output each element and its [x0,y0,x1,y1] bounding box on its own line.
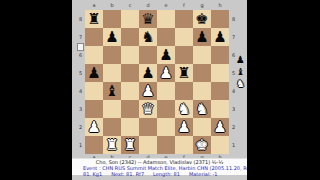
square-f6[interactable] [175,46,193,64]
square-f1[interactable] [175,136,193,154]
material-label: Material: -1 [189,172,218,177]
square-e2[interactable] [157,118,175,136]
square-c8[interactable] [121,10,139,28]
board-panel: ♜♛♚♟♞♟♟♟♟♟♟♜♝♟♛♞♞♟♟♟♜♜♚ aabbccddeeffgghh… [72,0,247,180]
square-a6[interactable] [85,46,103,64]
piece-white-pawn-h2[interactable]: ♟ [211,118,229,136]
piece-white-pawn-f2[interactable]: ♟ [175,118,193,136]
rank-label-right-8: 8 [230,10,237,28]
square-e3[interactable] [157,100,175,118]
square-h1[interactable] [211,136,229,154]
square-f3[interactable]: ♞ [175,100,193,118]
square-f2[interactable]: ♟ [175,118,193,136]
square-h7[interactable]: ♟ [211,28,229,46]
square-c3[interactable] [121,100,139,118]
file-label-top-f: f [175,2,193,8]
square-b8[interactable] [103,10,121,28]
material-imbalance-tray: ♟♝♞ [234,54,247,90]
square-g1[interactable]: ♚ [193,136,211,154]
file-label-top-e: e [157,2,175,8]
rank-label-left-3: 3 [77,100,84,118]
tray-piece-black-pawn: ♟ [235,54,247,66]
square-d1[interactable] [139,136,157,154]
square-e6[interactable]: ♟ [157,46,175,64]
piece-black-knight-d7[interactable]: ♞ [139,28,157,46]
file-label-top-g: g [193,2,211,8]
square-f8[interactable] [175,10,193,28]
rank-label-left-2: 2 [77,118,84,136]
square-g8[interactable]: ♚ [193,10,211,28]
square-c1[interactable]: ♜ [121,136,139,154]
piece-black-pawn-g7[interactable]: ♟ [193,28,211,46]
rank-label-right-7: 7 [230,28,237,46]
game-info-bar: Cho, Son (2342) -- Adamson, Vladislav (2… [72,158,247,175]
square-f4[interactable] [175,82,193,100]
square-a4[interactable] [85,82,103,100]
square-c4[interactable] [121,82,139,100]
tray-piece-white-knight: ♞ [235,78,247,90]
rank-label-right-1: 1 [230,136,237,154]
chess-board[interactable]: ♜♛♚♟♞♟♟♟♟♟♟♜♝♟♛♞♞♟♟♟♜♜♚ [85,10,229,154]
piece-black-pawn-h7[interactable]: ♟ [211,28,229,46]
square-e5[interactable]: ♟ [157,64,175,82]
square-h6[interactable] [211,46,229,64]
square-c5[interactable] [121,64,139,82]
piece-black-queen-d8[interactable]: ♛ [139,10,157,28]
piece-white-pawn-e5[interactable]: ♟ [157,64,175,82]
square-d6[interactable] [139,46,157,64]
square-d2[interactable] [139,118,157,136]
square-g7[interactable]: ♟ [193,28,211,46]
piece-white-queen-d3[interactable]: ♛ [139,100,157,118]
piece-white-pawn-d4[interactable]: ♟ [139,82,157,100]
square-b2[interactable] [103,118,121,136]
square-a1[interactable] [85,136,103,154]
piece-black-bishop-b4[interactable]: ♝ [103,82,121,100]
piece-white-rook-c1[interactable]: ♜ [121,136,139,154]
square-e7[interactable] [157,28,175,46]
rank-label-left-4: 4 [77,82,84,100]
square-g4[interactable] [193,82,211,100]
square-h8[interactable] [211,10,229,28]
square-a3[interactable] [85,100,103,118]
file-label-top-d: d [139,2,157,8]
file-label-top-a: a [85,2,103,8]
square-h3[interactable] [211,100,229,118]
piece-black-pawn-b7[interactable]: ♟ [103,28,121,46]
square-b7[interactable]: ♟ [103,28,121,46]
last-move-label: 81. Kg1 [83,172,102,177]
square-a8[interactable]: ♜ [85,10,103,28]
square-e8[interactable] [157,10,175,28]
square-e1[interactable] [157,136,175,154]
file-label-top-b: b [103,2,121,8]
square-d4[interactable]: ♟ [139,82,157,100]
square-b6[interactable] [103,46,121,64]
square-d8[interactable]: ♛ [139,10,157,28]
file-label-top-c: c [121,2,139,8]
square-h5[interactable] [211,64,229,82]
rank-label-right-2: 2 [230,118,237,136]
square-a7[interactable] [85,28,103,46]
piece-black-king-g8[interactable]: ♚ [193,10,211,28]
piece-black-rook-a8[interactable]: ♜ [85,10,103,28]
square-g2[interactable] [193,118,211,136]
square-g6[interactable] [193,46,211,64]
rank-label-left-8: 8 [77,10,84,28]
rank-label-left-5: 5 [77,64,84,82]
square-g3[interactable]: ♞ [193,100,211,118]
file-label-top-h: h [211,2,229,8]
square-d5[interactable]: ♟ [139,64,157,82]
piece-white-knight-f3[interactable]: ♞ [175,100,193,118]
square-b4[interactable]: ♝ [103,82,121,100]
piece-white-pawn-a2[interactable]: ♟ [85,118,103,136]
side-to-move-indicator [77,43,84,51]
piece-white-rook-b1[interactable]: ♜ [103,136,121,154]
square-g5[interactable] [193,64,211,82]
square-b1[interactable]: ♜ [103,136,121,154]
square-a2[interactable]: ♟ [85,118,103,136]
move-info-line: 81. Kg1 Next: 81. Rf7 Length: 81 Materia… [72,172,247,177]
square-f5[interactable]: ♜ [175,64,193,82]
square-a5[interactable]: ♟ [85,64,103,82]
square-b3[interactable] [103,100,121,118]
piece-white-king-g1[interactable]: ♚ [193,136,211,154]
piece-black-pawn-e6[interactable]: ♟ [157,46,175,64]
rank-label-left-1: 1 [77,136,84,154]
piece-black-pawn-a5[interactable]: ♟ [85,64,103,82]
tray-piece-black-bishop: ♝ [235,66,247,78]
square-c6[interactable] [121,46,139,64]
app-window: ♜♛♚♟♞♟♟♟♟♟♟♜♝♟♛♞♞♟♟♟♜♜♚ aabbccddeeffgghh… [0,0,320,180]
square-c7[interactable] [121,28,139,46]
square-d7[interactable]: ♞ [139,28,157,46]
square-f7[interactable] [175,28,193,46]
square-d3[interactable]: ♛ [139,100,157,118]
left-letterbox-bar [0,0,72,180]
piece-white-knight-g3[interactable]: ♞ [193,100,211,118]
length-label: Length: 81 [153,172,180,177]
right-letterbox-bar [247,0,320,180]
square-e4[interactable] [157,82,175,100]
piece-black-rook-f5[interactable]: ♜ [175,64,193,82]
next-move-label: Next: 81. Rf7 [111,172,144,177]
square-b5[interactable] [103,64,121,82]
square-h2[interactable]: ♟ [211,118,229,136]
square-c2[interactable] [121,118,139,136]
square-h4[interactable] [211,82,229,100]
rank-label-right-3: 3 [230,100,237,118]
piece-black-pawn-d5[interactable]: ♟ [139,64,157,82]
